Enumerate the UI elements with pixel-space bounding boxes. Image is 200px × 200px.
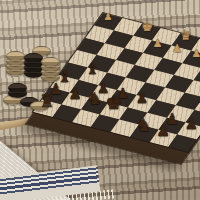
light-pawn[interactable]: ♟ bbox=[104, 12, 113, 22]
dark-knight[interactable]: ♞ bbox=[87, 91, 102, 108]
light-checker-disc[interactable] bbox=[6, 51, 25, 61]
dark-bishop[interactable]: ♝ bbox=[86, 62, 100, 77]
dark-checker-disc[interactable] bbox=[8, 83, 27, 93]
dark-knight[interactable]: ♞ bbox=[136, 117, 152, 134]
light-king[interactable]: ♚ bbox=[141, 20, 153, 33]
light-queen[interactable]: ♛ bbox=[180, 30, 191, 43]
dark-pawn[interactable]: ♟ bbox=[136, 91, 149, 105]
light-pawn[interactable]: ♟ bbox=[172, 44, 182, 55]
light-checker-disc[interactable] bbox=[41, 57, 60, 67]
scene: ♟♚♛♟♟♟♝♝♟♟♟♟♟♞♚♟♟♜♞♟ bbox=[0, 0, 200, 200]
dark-pawn[interactable]: ♟ bbox=[69, 87, 82, 102]
light-pawn[interactable]: ♟ bbox=[153, 39, 163, 50]
dark-rook[interactable]: ♜ bbox=[39, 93, 54, 110]
dark-pawn[interactable]: ♟ bbox=[156, 124, 170, 140]
light-pawn[interactable]: ♟ bbox=[192, 49, 200, 60]
dark-king[interactable]: ♚ bbox=[105, 93, 122, 112]
dark-pawn[interactable]: ♟ bbox=[185, 117, 198, 132]
